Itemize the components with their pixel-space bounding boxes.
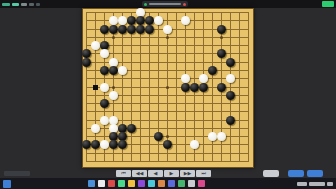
star-point bbox=[112, 86, 115, 89]
white-stone bbox=[217, 132, 226, 141]
star-point bbox=[166, 135, 169, 138]
black-stone bbox=[154, 132, 163, 141]
black-stone bbox=[217, 49, 226, 58]
black-stone bbox=[163, 140, 172, 149]
menu-item[interactable] bbox=[36, 3, 40, 6]
black-stone bbox=[82, 140, 91, 149]
taskbar-app-icon[interactable] bbox=[98, 180, 105, 187]
black-stone bbox=[136, 25, 145, 34]
nav-button[interactable]: ◀◀ bbox=[132, 170, 147, 177]
nav-button[interactable]: ◀ bbox=[148, 170, 163, 177]
white-stone bbox=[91, 41, 100, 50]
move-navigation-toolbar: ⏮◀◀◀▶▶▶⏭ bbox=[0, 169, 336, 178]
black-stone bbox=[118, 140, 127, 149]
black-stone bbox=[109, 25, 118, 34]
black-stone bbox=[208, 66, 217, 75]
menu-item[interactable] bbox=[12, 3, 19, 6]
taskbar-app-icon[interactable] bbox=[138, 180, 145, 187]
star-point bbox=[166, 86, 169, 89]
tray-notifications-icon bbox=[327, 182, 333, 186]
tray-language-indicator bbox=[297, 182, 307, 186]
white-stone bbox=[100, 140, 109, 149]
square-marker bbox=[93, 85, 98, 90]
black-stone bbox=[109, 140, 118, 149]
white-stone bbox=[163, 25, 172, 34]
record-dot-icon bbox=[144, 3, 147, 6]
white-stone bbox=[100, 116, 109, 125]
options-button[interactable] bbox=[263, 170, 279, 177]
black-stone bbox=[145, 25, 154, 34]
taskbar-icon-row bbox=[88, 180, 205, 187]
white-stone bbox=[208, 132, 217, 141]
black-stone bbox=[226, 58, 235, 67]
black-stone bbox=[181, 83, 190, 92]
window-title-bar bbox=[0, 0, 336, 8]
taskbar-app-icon[interactable] bbox=[128, 180, 135, 187]
close-icon[interactable] bbox=[183, 3, 186, 6]
pass-button[interactable] bbox=[307, 170, 323, 177]
star-point bbox=[220, 36, 223, 39]
system-tray[interactable] bbox=[297, 182, 333, 186]
white-stone bbox=[118, 66, 127, 75]
black-stone bbox=[199, 83, 208, 92]
start-button[interactable] bbox=[3, 180, 11, 188]
black-stone bbox=[190, 83, 199, 92]
black-stone bbox=[100, 66, 109, 75]
white-stone bbox=[100, 83, 109, 92]
white-stone bbox=[226, 74, 235, 83]
app-main-area: ⏮◀◀◀▶▶▶⏭ bbox=[0, 8, 336, 178]
menu-item[interactable] bbox=[29, 3, 34, 6]
taskbar-app-icon[interactable] bbox=[188, 180, 195, 187]
black-stone bbox=[91, 140, 100, 149]
taskbar-app-icon[interactable] bbox=[198, 180, 205, 187]
black-stone bbox=[217, 83, 226, 92]
star-point bbox=[112, 36, 115, 39]
taskbar-app-icon[interactable] bbox=[118, 180, 125, 187]
taskbar-app-icon[interactable] bbox=[158, 180, 165, 187]
nav-button[interactable]: ▶ bbox=[164, 170, 179, 177]
black-stone bbox=[109, 66, 118, 75]
tray-clock bbox=[309, 182, 325, 186]
taskbar-app-icon[interactable] bbox=[108, 180, 115, 187]
go-board[interactable] bbox=[82, 8, 254, 168]
nav-button-group: ⏮◀◀◀▶▶▶⏭ bbox=[116, 170, 211, 177]
nav-button[interactable]: ▶▶ bbox=[180, 170, 195, 177]
taskbar-app-icon[interactable] bbox=[148, 180, 155, 187]
black-stone bbox=[226, 91, 235, 100]
black-stone bbox=[127, 124, 136, 133]
menu-item[interactable] bbox=[2, 3, 10, 6]
taskbar bbox=[0, 178, 336, 189]
white-stone bbox=[91, 124, 100, 133]
taskbar-app-icon[interactable] bbox=[178, 180, 185, 187]
move-counter bbox=[4, 171, 30, 176]
black-stone bbox=[82, 58, 91, 67]
nav-button[interactable]: ⏭ bbox=[196, 170, 211, 177]
menu-item[interactable] bbox=[21, 3, 27, 6]
taskbar-app-icon[interactable] bbox=[168, 180, 175, 187]
white-stone bbox=[190, 140, 199, 149]
tab-title-text bbox=[149, 3, 181, 5]
white-stone bbox=[100, 49, 109, 58]
white-stone bbox=[181, 16, 190, 25]
black-stone bbox=[100, 25, 109, 34]
star-point bbox=[166, 36, 169, 39]
black-stone bbox=[100, 99, 109, 108]
white-stone bbox=[154, 16, 163, 25]
menu-strip bbox=[2, 3, 40, 6]
black-stone bbox=[217, 25, 226, 34]
window-tab[interactable] bbox=[142, 1, 188, 7]
black-stone bbox=[226, 116, 235, 125]
black-stone bbox=[118, 25, 127, 34]
taskbar-app-icon[interactable] bbox=[88, 180, 95, 187]
analysis-button[interactable] bbox=[288, 170, 304, 177]
nav-button[interactable]: ⏮ bbox=[116, 170, 131, 177]
white-stone bbox=[109, 91, 118, 100]
black-stone bbox=[127, 25, 136, 34]
go-board-grid[interactable] bbox=[86, 12, 249, 162]
status-badge bbox=[322, 1, 334, 7]
